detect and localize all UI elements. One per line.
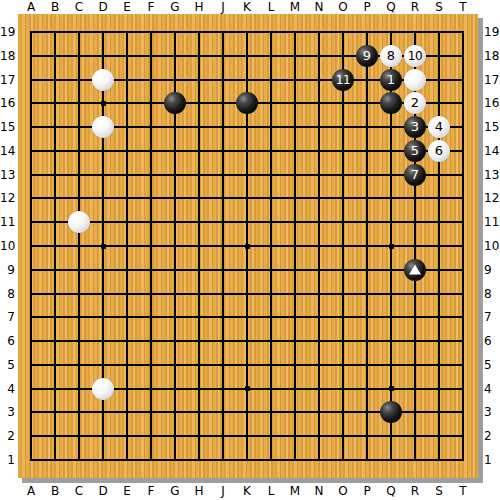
column-label-top-E: E	[115, 0, 139, 14]
row-label-right-13: 13	[484, 167, 500, 183]
row-label-right-11: 11	[484, 214, 500, 230]
move-number-label: 8	[380, 45, 402, 67]
black-stone-P18[interactable]: 9	[356, 45, 378, 67]
row-label-left-9: 9	[0, 262, 15, 278]
grid-line-vertical	[462, 31, 464, 461]
row-label-right-17: 17	[484, 72, 500, 88]
grid-line-vertical	[270, 31, 272, 461]
white-stone-D4[interactable]	[92, 378, 114, 400]
row-label-right-9: 9	[484, 262, 500, 278]
star-point	[101, 244, 106, 249]
column-label-top-M: M	[283, 0, 307, 14]
row-label-left-11: 11	[0, 214, 15, 230]
go-board[interactable]: 1234567891011	[18, 14, 478, 478]
white-stone-R17[interactable]	[404, 69, 426, 91]
column-label-bottom-N: N	[307, 483, 331, 500]
grid-line-vertical	[294, 31, 296, 461]
column-label-top-L: L	[259, 0, 283, 14]
column-label-bottom-Q: Q	[379, 483, 403, 500]
black-stone-O17[interactable]: 11	[332, 69, 354, 91]
row-label-left-16: 16	[0, 95, 15, 111]
column-label-top-O: O	[331, 0, 355, 14]
row-label-left-15: 15	[0, 119, 15, 135]
star-point	[101, 101, 106, 106]
column-label-top-A: A	[19, 0, 43, 14]
row-label-left-18: 18	[0, 48, 15, 64]
black-stone-R14[interactable]: 5	[404, 140, 426, 162]
row-label-right-8: 8	[484, 286, 500, 302]
column-label-top-K: K	[235, 0, 259, 14]
column-label-bottom-R: R	[403, 483, 427, 500]
column-label-bottom-K: K	[235, 483, 259, 500]
column-label-top-G: G	[163, 0, 187, 14]
column-label-bottom-C: C	[67, 483, 91, 500]
white-stone-D17[interactable]	[92, 69, 114, 91]
row-label-left-13: 13	[0, 167, 15, 183]
row-label-right-1: 1	[484, 452, 500, 468]
row-label-right-16: 16	[484, 95, 500, 111]
white-stone-Q18[interactable]: 8	[380, 45, 402, 67]
row-label-right-18: 18	[484, 48, 500, 64]
row-label-left-3: 3	[0, 404, 15, 420]
row-label-left-5: 5	[0, 357, 15, 373]
column-label-bottom-E: E	[115, 483, 139, 500]
column-label-bottom-T: T	[451, 483, 475, 500]
column-label-bottom-P: P	[355, 483, 379, 500]
column-label-top-C: C	[67, 0, 91, 14]
grid-line-horizontal	[30, 435, 464, 437]
white-stone-S14[interactable]: 6	[428, 140, 450, 162]
black-stone-R15[interactable]: 3	[404, 116, 426, 138]
column-label-bottom-G: G	[163, 483, 187, 500]
grid-line-vertical	[318, 31, 320, 461]
grid-line-horizontal	[30, 459, 464, 461]
move-number-label: 3	[404, 116, 426, 138]
column-label-top-H: H	[187, 0, 211, 14]
column-label-top-P: P	[355, 0, 379, 14]
row-label-left-7: 7	[0, 309, 15, 325]
row-label-left-8: 8	[0, 286, 15, 302]
white-stone-C11[interactable]	[68, 211, 90, 233]
move-number-label: 11	[332, 69, 354, 91]
column-label-top-F: F	[139, 0, 163, 14]
white-stone-D15[interactable]	[92, 116, 114, 138]
row-label-right-6: 6	[484, 333, 500, 349]
white-stone-R16[interactable]: 2	[404, 92, 426, 114]
black-stone-Q17[interactable]: 1	[380, 69, 402, 91]
column-label-bottom-F: F	[139, 483, 163, 500]
column-label-top-Q: Q	[379, 0, 403, 14]
white-stone-R18[interactable]: 10	[404, 45, 426, 67]
go-diagram: 1234567891011 AABBCCDDEEFFGGHHJJKKLLMMNN…	[0, 0, 500, 500]
grid-line-horizontal	[30, 340, 464, 342]
star-point	[389, 244, 394, 249]
row-label-right-5: 5	[484, 357, 500, 373]
move-number-label: 2	[404, 92, 426, 114]
row-label-left-14: 14	[0, 143, 15, 159]
row-label-left-12: 12	[0, 190, 15, 206]
column-label-bottom-A: A	[19, 483, 43, 500]
column-label-bottom-D: D	[91, 483, 115, 500]
star-point	[389, 386, 394, 391]
column-label-top-S: S	[427, 0, 451, 14]
white-stone-S15[interactable]: 4	[428, 116, 450, 138]
column-label-bottom-L: L	[259, 483, 283, 500]
black-stone-G16[interactable]	[164, 92, 186, 114]
row-label-left-4: 4	[0, 381, 15, 397]
grid-line-vertical	[342, 31, 344, 461]
row-label-right-3: 3	[484, 404, 500, 420]
move-number-label: 1	[380, 69, 402, 91]
row-label-left-1: 1	[0, 452, 15, 468]
column-label-top-J: J	[211, 0, 235, 14]
column-label-top-T: T	[451, 0, 475, 14]
row-label-left-6: 6	[0, 333, 15, 349]
star-point	[245, 386, 250, 391]
column-label-bottom-M: M	[283, 483, 307, 500]
column-label-top-B: B	[43, 0, 67, 14]
row-label-right-12: 12	[484, 190, 500, 206]
column-label-bottom-S: S	[427, 483, 451, 500]
black-stone-R13[interactable]: 7	[404, 164, 426, 186]
column-label-top-R: R	[403, 0, 427, 14]
move-number-label: 9	[356, 45, 378, 67]
triangle-mark-icon	[409, 264, 421, 274]
row-label-left-2: 2	[0, 428, 15, 444]
black-stone-K16[interactable]	[236, 92, 258, 114]
row-label-left-10: 10	[0, 238, 15, 254]
column-label-top-N: N	[307, 0, 331, 14]
move-number-label: 5	[404, 140, 426, 162]
row-label-right-15: 15	[484, 119, 500, 135]
move-number-label: 10	[404, 45, 426, 67]
row-label-right-2: 2	[484, 428, 500, 444]
column-label-top-D: D	[91, 0, 115, 14]
column-label-bottom-H: H	[187, 483, 211, 500]
black-stone-R9[interactable]	[404, 259, 426, 281]
grid-line-horizontal	[30, 269, 464, 271]
row-label-left-19: 19	[0, 24, 15, 40]
move-number-label: 6	[428, 140, 450, 162]
row-label-right-14: 14	[484, 143, 500, 159]
row-label-right-4: 4	[484, 381, 500, 397]
move-number-label: 7	[404, 164, 426, 186]
grid-line-horizontal	[30, 316, 464, 318]
row-label-right-10: 10	[484, 238, 500, 254]
row-label-right-7: 7	[484, 309, 500, 325]
black-stone-Q3[interactable]	[380, 401, 402, 423]
grid-line-vertical	[366, 31, 368, 461]
move-number-label: 4	[428, 116, 450, 138]
row-label-left-17: 17	[0, 72, 15, 88]
black-stone-Q16[interactable]	[380, 92, 402, 114]
grid-line-vertical	[438, 31, 440, 461]
column-label-bottom-O: O	[331, 483, 355, 500]
column-label-bottom-B: B	[43, 483, 67, 500]
row-label-right-19: 19	[484, 24, 500, 40]
star-point	[245, 244, 250, 249]
column-label-bottom-J: J	[211, 483, 235, 500]
grid-line-horizontal	[30, 293, 464, 295]
grid-line-horizontal	[30, 364, 464, 366]
